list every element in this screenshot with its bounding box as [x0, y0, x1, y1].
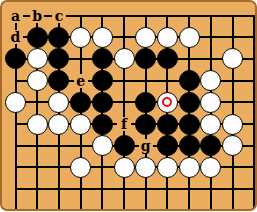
black-stone: [179, 135, 200, 156]
grid-line-vertical: [123, 15, 125, 212]
white-stone: [48, 114, 69, 135]
white-stone: [70, 27, 91, 48]
white-stone: [222, 48, 243, 69]
point-label-f: f: [117, 117, 131, 131]
black-stone: [157, 135, 178, 156]
white-stone: [179, 157, 200, 178]
white-stone: [70, 157, 91, 178]
white-stone: [92, 27, 113, 48]
white-stone: [27, 48, 48, 69]
marked-white-stone: [157, 92, 178, 113]
white-stone: [114, 157, 135, 178]
black-stone: [135, 48, 156, 69]
black-stone: [200, 135, 221, 156]
point-label-g: g: [139, 139, 153, 153]
white-stone: [135, 27, 156, 48]
black-stone: [92, 70, 113, 91]
point-label-b: b: [30, 9, 44, 23]
grid-line-horizontal: [15, 188, 256, 190]
white-stone: [222, 135, 243, 156]
black-stone: [5, 48, 26, 69]
black-stone: [70, 92, 91, 113]
point-label-d: d: [9, 30, 23, 44]
grid-line-horizontal: [15, 15, 256, 17]
white-stone: [179, 27, 200, 48]
go-diagram: abcdefg: [0, 0, 257, 211]
black-stone: [114, 135, 135, 156]
point-label-e: e: [74, 74, 88, 88]
white-stone: [114, 48, 135, 69]
white-stone: [70, 114, 91, 135]
black-stone: [179, 114, 200, 135]
white-stone: [48, 92, 69, 113]
go-board: abcdefg: [0, 0, 257, 211]
white-stone: [92, 135, 113, 156]
black-stone: [135, 92, 156, 113]
white-stone: [200, 70, 221, 91]
black-stone: [92, 92, 113, 113]
white-stone: [27, 114, 48, 135]
black-stone: [27, 27, 48, 48]
black-stone: [48, 48, 69, 69]
grid-line-vertical: [253, 15, 255, 212]
white-stone: [5, 92, 26, 113]
point-label-a: a: [9, 9, 23, 23]
white-stone: [200, 92, 221, 113]
black-stone: [48, 27, 69, 48]
black-stone: [92, 114, 113, 135]
black-stone: [179, 92, 200, 113]
black-stone: [92, 48, 113, 69]
white-stone: [27, 70, 48, 91]
grid-line-vertical: [232, 15, 234, 212]
point-label-c: c: [52, 9, 66, 23]
red-circle-marker: [162, 97, 172, 107]
white-stone: [200, 114, 221, 135]
black-stone: [157, 48, 178, 69]
black-stone: [179, 70, 200, 91]
white-stone: [157, 27, 178, 48]
white-stone: [135, 157, 156, 178]
white-stone: [200, 157, 221, 178]
black-stone: [135, 114, 156, 135]
black-stone: [48, 70, 69, 91]
black-stone: [157, 114, 178, 135]
white-stone: [222, 114, 243, 135]
white-stone: [157, 157, 178, 178]
